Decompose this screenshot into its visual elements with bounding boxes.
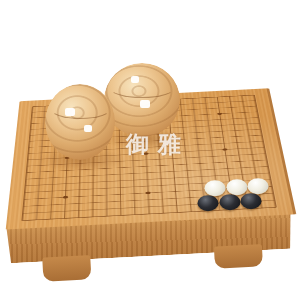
black-stone [198,195,219,211]
white-stone [226,179,247,195]
board-leg-left [42,255,91,281]
white-stone [248,178,269,194]
go-stone-bowl-front [45,84,115,160]
bowl-lid-seam [49,96,112,119]
white-stone [205,180,226,196]
product-photo-scene: 御雅 [0,0,300,300]
reflection-highlight [65,108,75,116]
black-stone [241,193,262,209]
bowl-lid-seam [108,75,176,98]
black-stone [219,194,240,210]
reflection-highlight [84,125,92,132]
reflection-highlight [131,76,139,83]
reflection-highlight [140,100,150,108]
board-leg-right [214,244,263,268]
go-board [0,0,300,300]
go-stone-bowl-back [104,63,180,137]
